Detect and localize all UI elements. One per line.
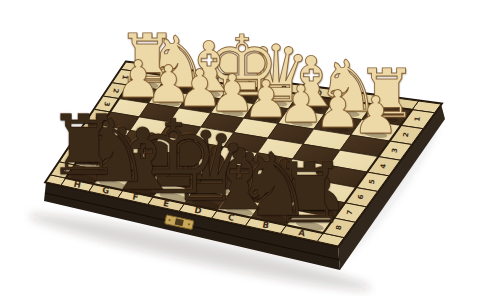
piece-black-rook-h8[interactable]: ♜ [47, 106, 121, 189]
chess-set-photo: HH11GG22FF33EE44DD55CC66BB77AA88 ♜♞♝♛♚♝♞… [0, 0, 480, 296]
